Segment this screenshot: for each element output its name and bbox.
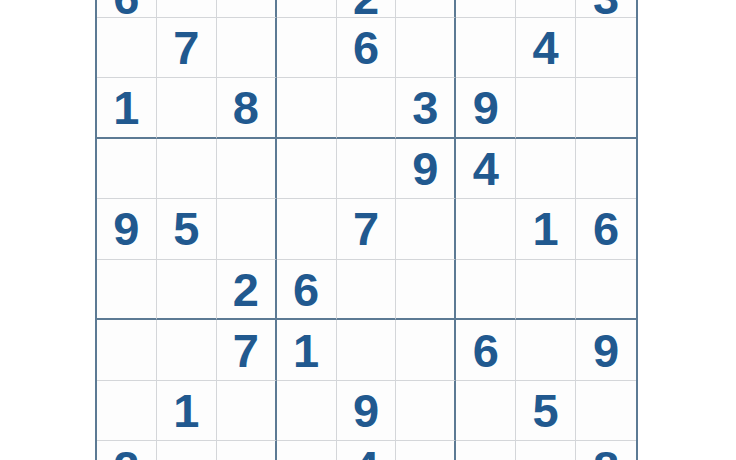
sudoku-board: 62376418399495716267169195248	[95, 0, 638, 460]
given-digit: 3	[593, 0, 619, 21]
given-digit: 7	[353, 205, 379, 252]
cell-r2c1[interactable]	[97, 18, 157, 79]
cell-r3c7[interactable]: 9	[456, 78, 516, 139]
cell-r3c6[interactable]: 3	[396, 78, 456, 139]
cell-r1c4[interactable]	[277, 0, 337, 18]
cell-r3c2[interactable]	[157, 78, 217, 139]
cell-r1c1[interactable]: 6	[97, 0, 157, 18]
cell-r2c8[interactable]: 4	[516, 18, 576, 79]
given-digit: 7	[233, 327, 259, 374]
cell-r2c6[interactable]	[396, 18, 456, 79]
cell-r1c9[interactable]: 3	[576, 0, 636, 18]
cell-r2c9[interactable]	[576, 18, 636, 79]
cell-r1c6[interactable]	[396, 0, 456, 18]
given-digit: 9	[113, 205, 139, 252]
cell-r8c9[interactable]	[576, 381, 636, 442]
given-digit: 1	[293, 327, 319, 374]
cell-r8c2[interactable]: 1	[157, 381, 217, 442]
given-digit: 4	[353, 444, 379, 460]
cell-r7c9[interactable]: 9	[576, 320, 636, 381]
cell-r3c4[interactable]	[277, 78, 337, 139]
cell-r8c3[interactable]	[217, 381, 277, 442]
given-digit: 9	[593, 327, 619, 374]
given-digit: 4	[533, 24, 559, 71]
given-digit: 5	[173, 205, 199, 252]
given-digit: 9	[473, 84, 499, 131]
cell-r5c6[interactable]	[396, 199, 456, 260]
cell-r5c7[interactable]	[456, 199, 516, 260]
given-digit: 2	[353, 0, 379, 21]
cell-r5c4[interactable]	[277, 199, 337, 260]
cell-r6c6[interactable]	[396, 260, 456, 321]
cell-r2c2[interactable]: 7	[157, 18, 217, 79]
cell-r9c2[interactable]	[157, 441, 217, 460]
cell-r8c8[interactable]: 5	[516, 381, 576, 442]
cell-r4c7[interactable]: 4	[456, 139, 516, 200]
given-digit: 9	[353, 387, 379, 434]
cell-r3c3[interactable]: 8	[217, 78, 277, 139]
cell-r2c3[interactable]	[217, 18, 277, 79]
cell-r7c6[interactable]	[396, 320, 456, 381]
cell-r1c7[interactable]	[456, 0, 516, 18]
given-digit: 3	[412, 84, 438, 131]
cell-r7c5[interactable]	[337, 320, 397, 381]
cell-r9c3[interactable]	[217, 441, 277, 460]
given-digit: 2	[233, 266, 259, 313]
cell-r1c2[interactable]	[157, 0, 217, 18]
cell-r7c3[interactable]: 7	[217, 320, 277, 381]
cell-r5c2[interactable]: 5	[157, 199, 217, 260]
cell-r6c7[interactable]	[456, 260, 516, 321]
cell-r9c6[interactable]	[396, 441, 456, 460]
cell-r2c5[interactable]: 6	[337, 18, 397, 79]
cell-r6c4[interactable]: 6	[277, 260, 337, 321]
cell-r9c5[interactable]: 4	[337, 441, 397, 460]
cell-r3c5[interactable]	[337, 78, 397, 139]
cell-r4c1[interactable]	[97, 139, 157, 200]
given-digit: 6	[353, 24, 379, 71]
cell-r9c9[interactable]: 8	[576, 441, 636, 460]
given-digit: 9	[412, 145, 438, 192]
cell-r2c7[interactable]	[456, 18, 516, 79]
given-digit: 5	[533, 387, 559, 434]
given-digit: 4	[473, 145, 499, 192]
cell-r4c3[interactable]	[217, 139, 277, 200]
cell-r5c3[interactable]	[217, 199, 277, 260]
cell-r7c1[interactable]	[97, 320, 157, 381]
given-digit: 8	[233, 84, 259, 131]
cell-r9c1[interactable]: 2	[97, 441, 157, 460]
cell-r3c9[interactable]	[576, 78, 636, 139]
cell-r7c7[interactable]: 6	[456, 320, 516, 381]
cell-r3c8[interactable]	[516, 78, 576, 139]
cell-r6c8[interactable]	[516, 260, 576, 321]
cell-r9c7[interactable]	[456, 441, 516, 460]
cell-r1c3[interactable]	[217, 0, 277, 18]
cell-r8c1[interactable]	[97, 381, 157, 442]
cell-r4c6[interactable]: 9	[396, 139, 456, 200]
cell-r4c9[interactable]	[576, 139, 636, 200]
cell-r3c1[interactable]: 1	[97, 78, 157, 139]
cell-r5c5[interactable]: 7	[337, 199, 397, 260]
cell-r6c9[interactable]	[576, 260, 636, 321]
cell-r8c5[interactable]: 9	[337, 381, 397, 442]
cell-r1c5[interactable]: 2	[337, 0, 397, 18]
cell-r5c8[interactable]: 1	[516, 199, 576, 260]
given-digit: 6	[293, 266, 319, 313]
given-digit: 8	[593, 444, 619, 460]
cell-r7c4[interactable]: 1	[277, 320, 337, 381]
cell-r9c4[interactable]	[277, 441, 337, 460]
given-digit: 1	[113, 84, 139, 131]
cell-r4c2[interactable]	[157, 139, 217, 200]
given-digit: 1	[533, 205, 559, 252]
cell-r8c4[interactable]	[277, 381, 337, 442]
cell-r8c7[interactable]	[456, 381, 516, 442]
cell-r6c5[interactable]	[337, 260, 397, 321]
given-digit: 2	[113, 444, 139, 460]
given-digit: 6	[113, 0, 139, 21]
cell-r4c5[interactable]	[337, 139, 397, 200]
cell-r5c9[interactable]: 6	[576, 199, 636, 260]
cell-r6c2[interactable]	[157, 260, 217, 321]
cell-r7c8[interactable]	[516, 320, 576, 381]
cell-r2c4[interactable]	[277, 18, 337, 79]
cell-r7c2[interactable]	[157, 320, 217, 381]
given-digit: 1	[173, 387, 199, 434]
cell-r5c1[interactable]: 9	[97, 199, 157, 260]
given-digit: 6	[473, 327, 499, 374]
cell-r6c3[interactable]: 2	[217, 260, 277, 321]
cell-r4c8[interactable]	[516, 139, 576, 200]
cell-r4c4[interactable]	[277, 139, 337, 200]
cell-r8c6[interactable]	[396, 381, 456, 442]
cell-r9c8[interactable]	[516, 441, 576, 460]
given-digit: 6	[593, 205, 619, 252]
given-digit: 7	[173, 24, 199, 71]
cell-r1c8[interactable]	[516, 0, 576, 18]
cell-r6c1[interactable]	[97, 260, 157, 321]
